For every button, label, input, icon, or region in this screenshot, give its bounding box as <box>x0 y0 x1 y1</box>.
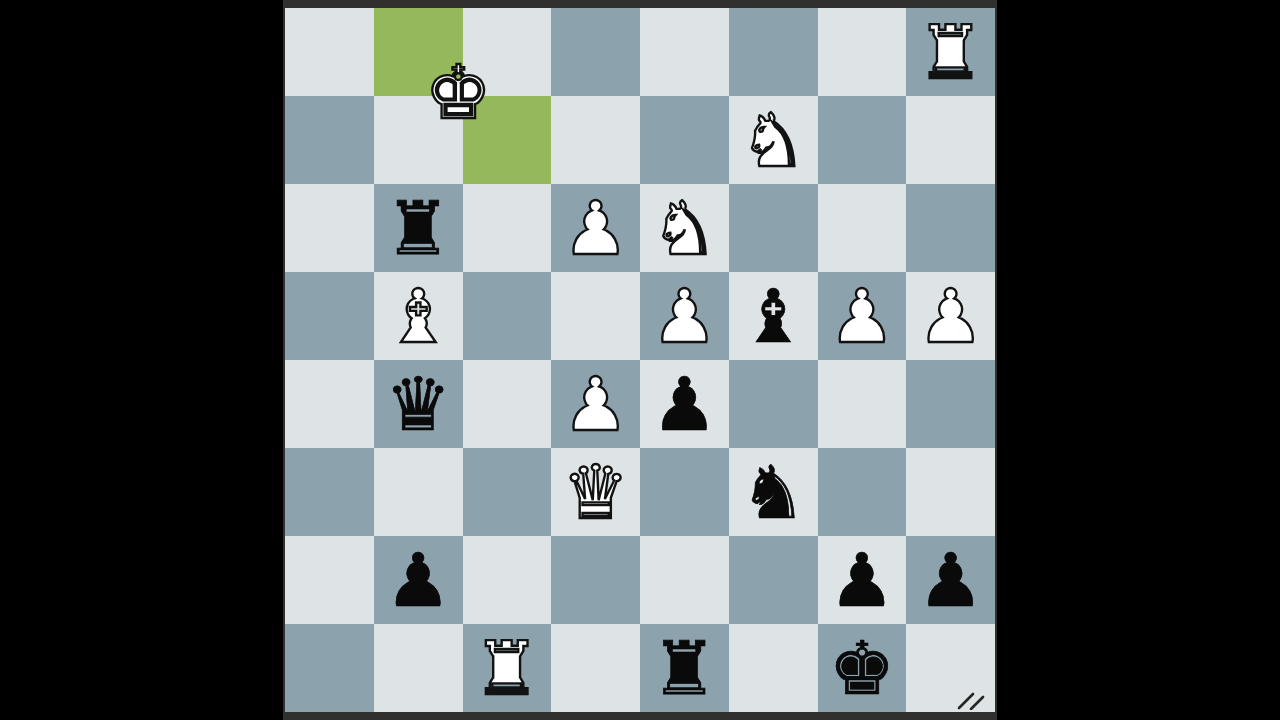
square-h4[interactable] <box>906 360 995 448</box>
square-a6[interactable] <box>285 184 374 272</box>
square-f8[interactable] <box>729 8 818 96</box>
square-f6[interactable] <box>729 184 818 272</box>
square-a5[interactable] <box>285 272 374 360</box>
black-king-g1[interactable]: ♚ <box>818 624 907 712</box>
square-g7[interactable] <box>818 96 907 184</box>
white-rook-c1[interactable]: ♜ <box>463 624 552 712</box>
white-rook-h8[interactable]: ♜ <box>906 8 995 96</box>
square-a4[interactable] <box>285 360 374 448</box>
white-pawn-d6[interactable]: ♟ <box>551 184 640 272</box>
square-d2[interactable] <box>551 536 640 624</box>
square-g3[interactable] <box>818 448 907 536</box>
square-b1[interactable] <box>374 624 463 712</box>
square-a3[interactable] <box>285 448 374 536</box>
black-pawn-e4[interactable]: ♟ <box>640 360 729 448</box>
black-pawn-b2[interactable]: ♟ <box>374 536 463 624</box>
square-e2[interactable] <box>640 536 729 624</box>
black-rook-b6[interactable]: ♜ <box>374 184 463 272</box>
square-h3[interactable] <box>906 448 995 536</box>
white-bishop-b5[interactable]: ♝ <box>374 272 463 360</box>
square-g6[interactable] <box>818 184 907 272</box>
black-pawn-h2[interactable]: ♟ <box>906 536 995 624</box>
square-f2[interactable] <box>729 536 818 624</box>
square-a8[interactable] <box>285 8 374 96</box>
black-rook-e1[interactable]: ♜ <box>640 624 729 712</box>
white-pawn-h5[interactable]: ♟ <box>906 272 995 360</box>
square-h7[interactable] <box>906 96 995 184</box>
black-bishop-f5[interactable]: ♝ <box>729 272 818 360</box>
chess-board[interactable]: ♜♞♜♟♞♝♟♝♟♟♛♟♟♛♞♟♟♟♜♜♚♚ <box>285 8 995 712</box>
square-g8[interactable] <box>818 8 907 96</box>
square-d8[interactable] <box>551 8 640 96</box>
square-d1[interactable] <box>551 624 640 712</box>
white-queen-d3[interactable]: ♛ <box>551 448 640 536</box>
board-resize-handle-icon[interactable] <box>957 692 987 710</box>
black-knight-f3[interactable]: ♞ <box>729 448 818 536</box>
square-f1[interactable] <box>729 624 818 712</box>
square-e8[interactable] <box>640 8 729 96</box>
black-queen-b4[interactable]: ♛ <box>374 360 463 448</box>
square-g4[interactable] <box>818 360 907 448</box>
square-c3[interactable] <box>463 448 552 536</box>
square-e3[interactable] <box>640 448 729 536</box>
black-pawn-g2[interactable]: ♟ <box>818 536 907 624</box>
white-pawn-e5[interactable]: ♟ <box>640 272 729 360</box>
square-c2[interactable] <box>463 536 552 624</box>
square-f4[interactable] <box>729 360 818 448</box>
square-b3[interactable] <box>374 448 463 536</box>
white-knight-f7[interactable]: ♞ <box>729 96 818 184</box>
square-d5[interactable] <box>551 272 640 360</box>
square-c4[interactable] <box>463 360 552 448</box>
white-king-animating[interactable]: ♚ <box>414 48 503 136</box>
square-h6[interactable] <box>906 184 995 272</box>
board-frame: ♜♞♜♟♞♝♟♝♟♟♛♟♟♛♞♟♟♟♜♜♚♚ <box>283 0 997 720</box>
square-a1[interactable] <box>285 624 374 712</box>
white-knight-e6[interactable]: ♞ <box>640 184 729 272</box>
square-a2[interactable] <box>285 536 374 624</box>
white-pawn-g5[interactable]: ♟ <box>818 272 907 360</box>
square-c5[interactable] <box>463 272 552 360</box>
white-pawn-d4[interactable]: ♟ <box>551 360 640 448</box>
square-d7[interactable] <box>551 96 640 184</box>
square-a7[interactable] <box>285 96 374 184</box>
square-c6[interactable] <box>463 184 552 272</box>
square-e7[interactable] <box>640 96 729 184</box>
